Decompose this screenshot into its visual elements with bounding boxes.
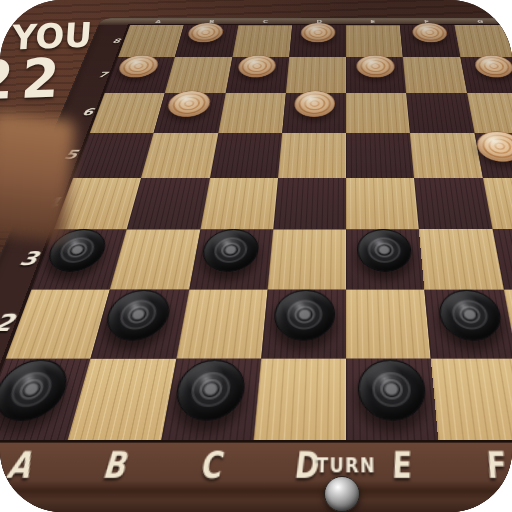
checker-black[interactable] (437, 290, 505, 341)
square-D1[interactable] (253, 358, 346, 440)
square-D7[interactable] (286, 57, 346, 93)
square-F8[interactable] (400, 25, 460, 57)
app-icon: ABCDEFGH 87654321 ABCDEFGH TURN YOU 22 (0, 0, 512, 512)
square-E8[interactable] (346, 25, 403, 57)
checker-white[interactable] (165, 91, 212, 117)
square-C3[interactable] (189, 230, 273, 289)
turn-label: TURN (238, 453, 454, 478)
square-G7[interactable] (460, 57, 512, 93)
square-C4[interactable] (200, 178, 278, 230)
square-B4[interactable] (127, 178, 210, 230)
checker-black[interactable] (272, 290, 335, 341)
square-E5[interactable] (346, 133, 414, 178)
square-B8[interactable] (175, 25, 238, 57)
turn-indicator-ball (324, 476, 360, 512)
checker-white[interactable] (357, 55, 396, 78)
square-D2[interactable] (261, 289, 346, 358)
square-B6[interactable] (154, 93, 225, 133)
square-F7[interactable] (403, 57, 467, 93)
square-A7[interactable] (105, 57, 175, 93)
square-E1[interactable] (346, 358, 439, 440)
square-E4[interactable] (346, 178, 419, 230)
square-D3[interactable] (267, 230, 346, 289)
top-file-label-C: C (238, 18, 293, 25)
square-F4[interactable] (414, 178, 492, 230)
square-F2[interactable] (425, 289, 512, 358)
square-B5[interactable] (141, 133, 218, 178)
square-G8[interactable] (454, 25, 512, 57)
checker-black[interactable] (357, 229, 414, 271)
square-C8[interactable] (232, 25, 292, 57)
square-D8[interactable] (289, 25, 346, 57)
checker-black[interactable] (172, 360, 248, 421)
square-A6[interactable] (90, 93, 165, 133)
square-F1[interactable] (431, 358, 512, 440)
checker-white[interactable] (473, 55, 512, 78)
square-C1[interactable] (161, 358, 261, 440)
file-label-C: C (168, 444, 253, 494)
square-A8[interactable] (118, 25, 184, 57)
square-A1[interactable] (0, 358, 91, 440)
square-B3[interactable] (110, 230, 200, 289)
square-C7[interactable] (225, 57, 289, 93)
board-frame: ABCDEFGH 87654321 ABCDEFGH TURN (0, 18, 512, 512)
checker-white[interactable] (412, 23, 449, 43)
checker-white[interactable] (300, 23, 335, 43)
board-scene: ABCDEFGH 87654321 ABCDEFGH TURN (0, 0, 512, 512)
square-E3[interactable] (346, 230, 425, 289)
top-file-label-E: E (346, 18, 400, 25)
square-E2[interactable] (346, 289, 431, 358)
bottom-border-strip: ABCDEFGH TURN (0, 440, 512, 512)
square-C2[interactable] (176, 289, 267, 358)
checker-black[interactable] (200, 229, 261, 271)
square-F6[interactable] (406, 93, 474, 133)
top-file-label-H: H (506, 18, 512, 25)
square-C6[interactable] (218, 93, 286, 133)
bottom-file-labels: ABCDEFGH (0, 444, 512, 494)
checker-white[interactable] (474, 131, 512, 161)
top-file-label-A: A (130, 18, 186, 25)
checker-black[interactable] (0, 360, 73, 421)
square-G6[interactable] (467, 93, 512, 133)
checker-white[interactable] (116, 55, 161, 78)
checker-white[interactable] (236, 55, 277, 78)
square-D5[interactable] (278, 133, 346, 178)
score-value: 22 (0, 46, 70, 112)
file-label-E: E (363, 444, 439, 494)
file-label-A: A (0, 444, 67, 494)
file-label-F: F (459, 444, 512, 494)
checker-white[interactable] (293, 91, 335, 117)
square-D6[interactable] (282, 93, 346, 133)
file-label-B: B (70, 444, 160, 494)
square-E7[interactable] (346, 57, 406, 93)
square-F3[interactable] (419, 230, 503, 289)
square-C5[interactable] (210, 133, 282, 178)
square-D4[interactable] (273, 178, 346, 230)
square-F5[interactable] (410, 133, 482, 178)
checker-black[interactable] (102, 290, 175, 341)
top-file-label-G: G (453, 18, 508, 25)
square-B7[interactable] (165, 57, 232, 93)
blurred-wood-block (0, 112, 76, 242)
square-E6[interactable] (346, 93, 410, 133)
checker-white[interactable] (186, 23, 225, 43)
checker-black[interactable] (357, 360, 427, 421)
